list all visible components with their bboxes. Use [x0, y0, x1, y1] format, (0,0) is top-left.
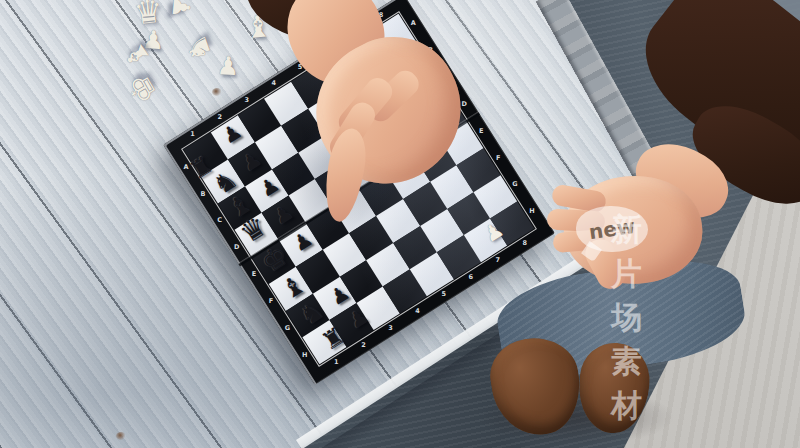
black-rook-h1[interactable]: ♜ [318, 323, 349, 355]
wood-knot [212, 88, 222, 96]
black-pawn-h2[interactable]: ♟ [345, 305, 372, 333]
scene-overhead-chess-photo: ♛♟♟♝♞♝♟♚ AABBCCDDEEFFGGHH112233445566778… [0, 0, 800, 448]
black-knight-g1[interactable]: ♞ [295, 296, 329, 330]
watermark-text: 新片场素材 [611, 207, 643, 427]
wood-knot [116, 432, 126, 440]
black-pawn-b2[interactable]: ♟ [238, 148, 265, 176]
white-pawn-h7[interactable]: ♟ [480, 218, 507, 246]
black-pawn-a2[interactable]: ♟ [219, 121, 246, 149]
black-pawn-g2[interactable]: ♟ [326, 282, 353, 310]
